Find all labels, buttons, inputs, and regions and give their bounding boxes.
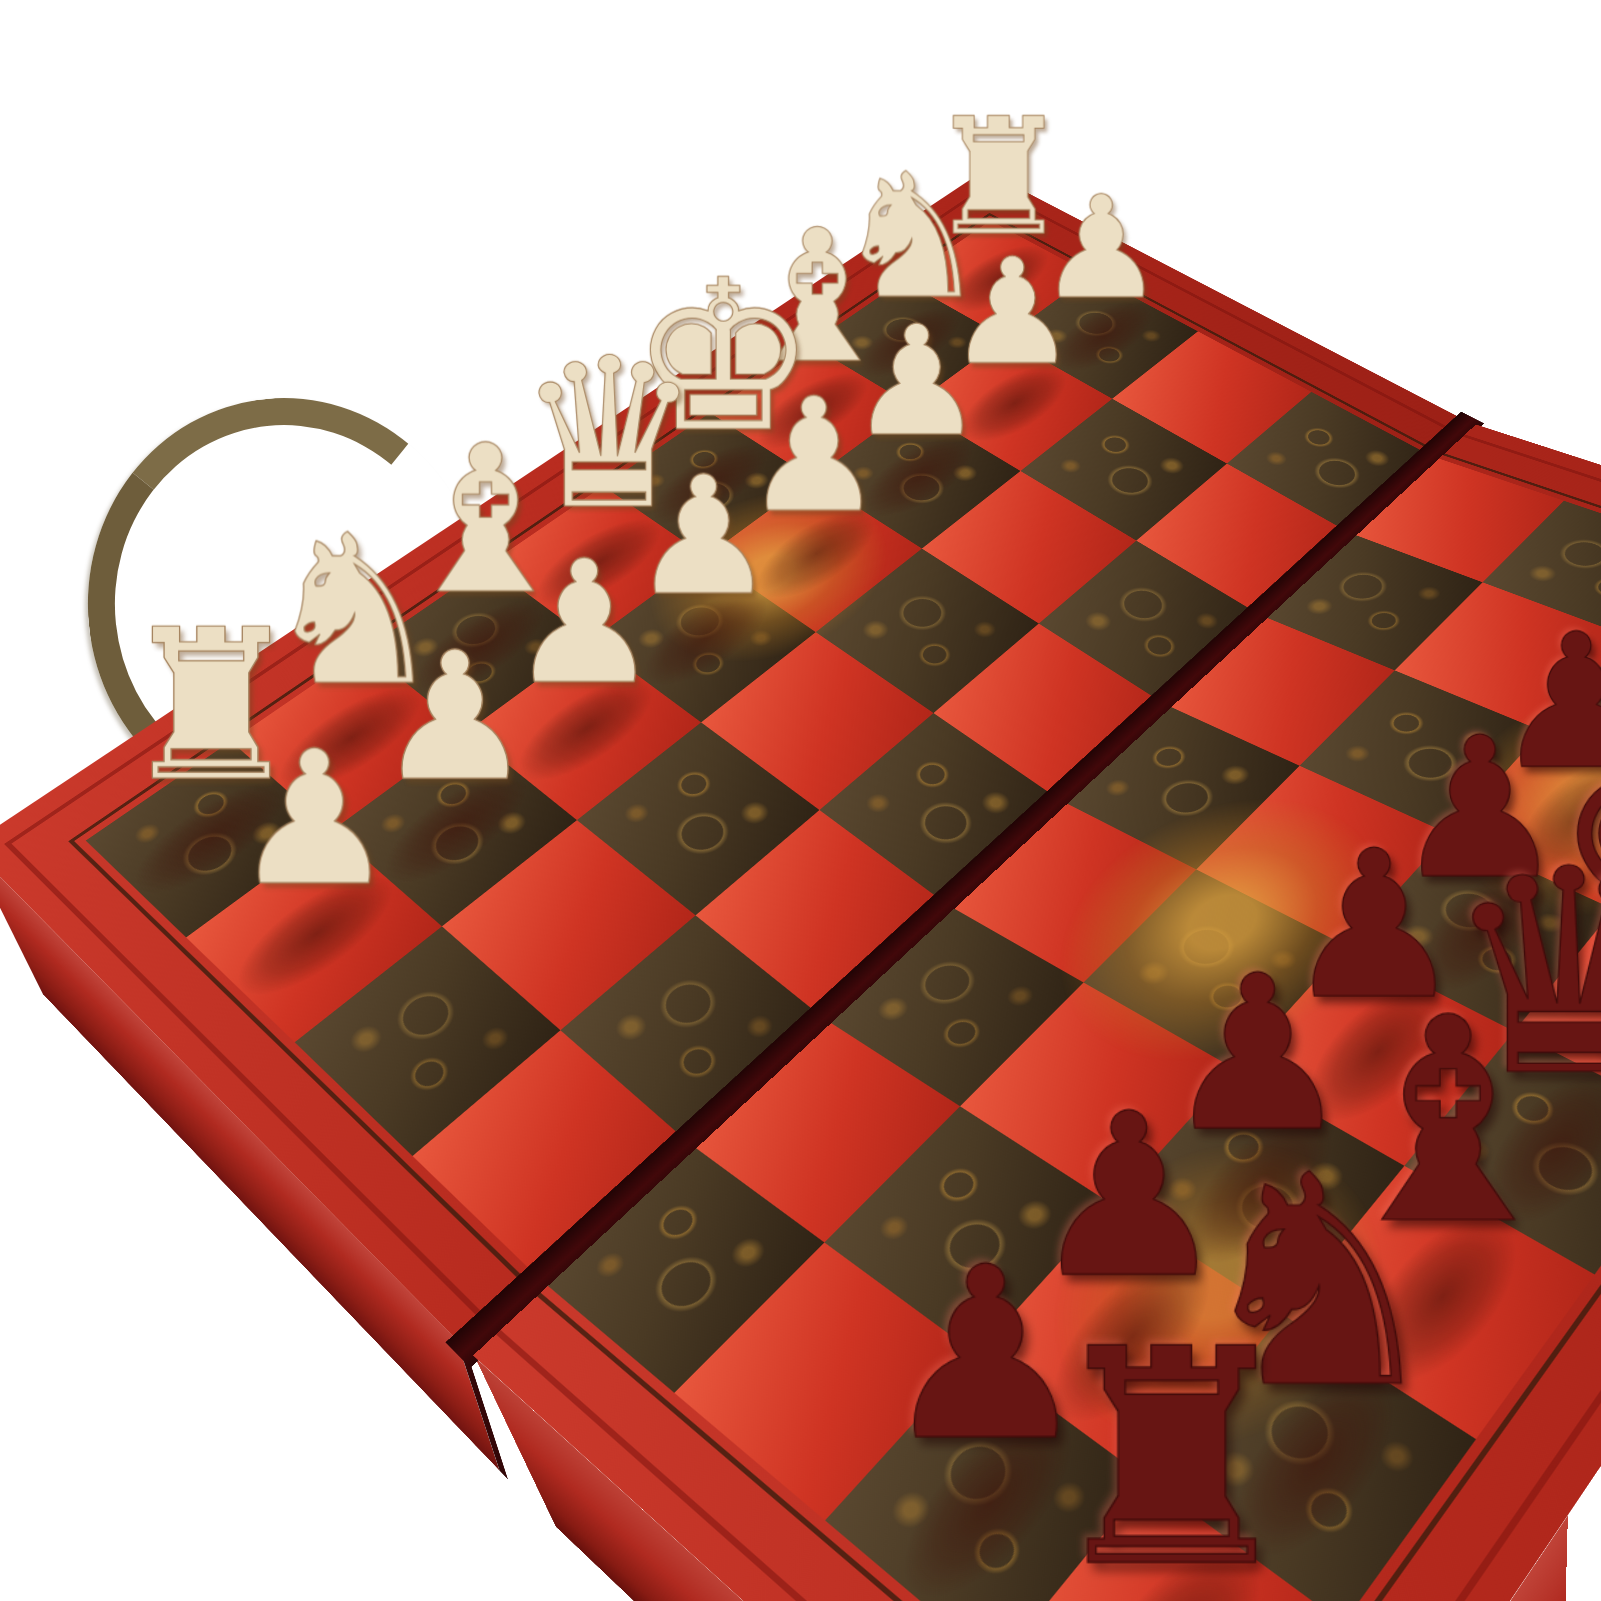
product-photo-chess-set: ♟♟♟♟♟♟♟♟♜♞♝♛♚♝♞♜ ♜♞♝♛♚♝♞♜♟♟♟♟♟♟♟♟ [0,0,1601,1601]
pawn-glyph: ♟ [219,726,409,911]
scene: ♟♟♟♟♟♟♟♟♜♞♝♛♚♝♞♜ ♜♞♝♛♚♝♞♜♟♟♟♟♟♟♟♟ [0,0,1601,1601]
piece-white-pawn-a2: ♟ [219,726,409,932]
piece-red-rook-a8: ♜ [1038,1311,1299,1601]
chess-board-box: ♟♟♟♟♟♟♟♟♜♞♝♛♚♝♞♜ ♜♞♝♛♚♝♞♜♟♟♟♟♟♟♟♟ [0,170,1601,1601]
rook-glyph: ♜ [1038,1311,1299,1601]
square-b3 [442,820,696,1030]
